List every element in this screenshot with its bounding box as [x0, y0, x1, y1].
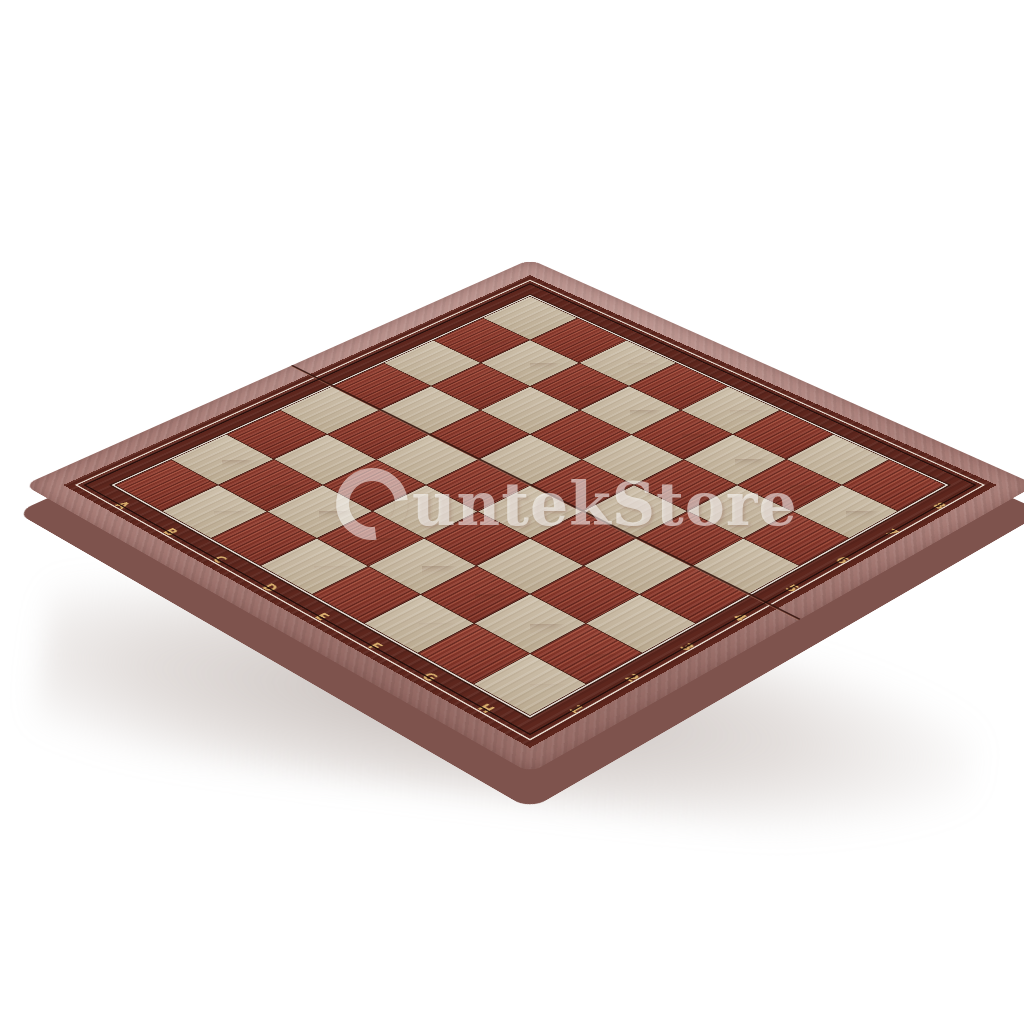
pawn-glyph: ♟	[810, 438, 881, 517]
rank-label-7: 7	[881, 528, 901, 539]
file-label-f: F	[364, 641, 386, 653]
rank-label-8: 8	[929, 501, 949, 511]
rank-label-3: 3	[676, 642, 697, 654]
rank-label-6: 6	[832, 555, 852, 566]
file-label-b: B	[159, 527, 181, 538]
file-label-a: A	[111, 500, 133, 511]
rank-label-4: 4	[729, 612, 750, 623]
file-label-e: E	[311, 611, 333, 622]
rank-label-2: 2	[621, 672, 643, 684]
file-label-d: D	[258, 582, 281, 594]
rank-label-5: 5	[781, 583, 802, 594]
file-label-h: H	[474, 702, 498, 715]
rank-label-1: 1	[565, 703, 587, 715]
bishop-glyph: ♝	[478, 575, 582, 691]
file-label-c: C	[208, 554, 230, 565]
